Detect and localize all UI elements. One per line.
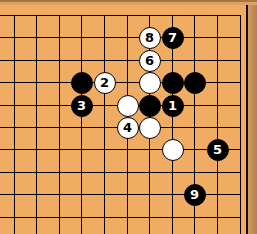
stone-white-plain-P14 <box>139 117 161 139</box>
stone-black-plain-R16 <box>184 72 206 94</box>
grid-line-v-1 <box>14 15 15 234</box>
stone-black-plain-M16 <box>71 72 93 94</box>
grid-line-v-11 <box>240 15 241 234</box>
board-top-wood-edge <box>0 0 257 5</box>
stone-white-4-O14: 4 <box>117 117 139 139</box>
stone-black-1-Q15: 1 <box>162 95 184 117</box>
stone-white-plain-O15 <box>117 95 139 117</box>
stone-black-7-Q18: 7 <box>162 27 184 49</box>
grid-line-v-2 <box>36 15 37 234</box>
board-right-wood-edge <box>246 0 257 234</box>
grid-line-v-10 <box>217 15 218 234</box>
stone-white-6-P17: 6 <box>139 50 161 72</box>
stone-black-9-R11: 9 <box>184 184 206 206</box>
stone-black-plain-P15 <box>139 95 161 117</box>
grid-line-v-5 <box>104 15 105 234</box>
go-board[interactable]: 876231459 <box>0 0 257 234</box>
grid-line-v-4 <box>81 15 82 234</box>
stone-white-plain-Q13 <box>162 139 184 161</box>
stone-white-2-N16: 2 <box>94 72 116 94</box>
grid-line-v-3 <box>59 15 60 234</box>
stone-white-8-P18: 8 <box>139 27 161 49</box>
stone-white-plain-P16 <box>139 72 161 94</box>
go-diagram: 876231459 <box>0 0 257 234</box>
stone-black-plain-Q16 <box>162 72 184 94</box>
stone-black-5-S13: 5 <box>207 139 229 161</box>
stone-black-3-M15: 3 <box>71 95 93 117</box>
